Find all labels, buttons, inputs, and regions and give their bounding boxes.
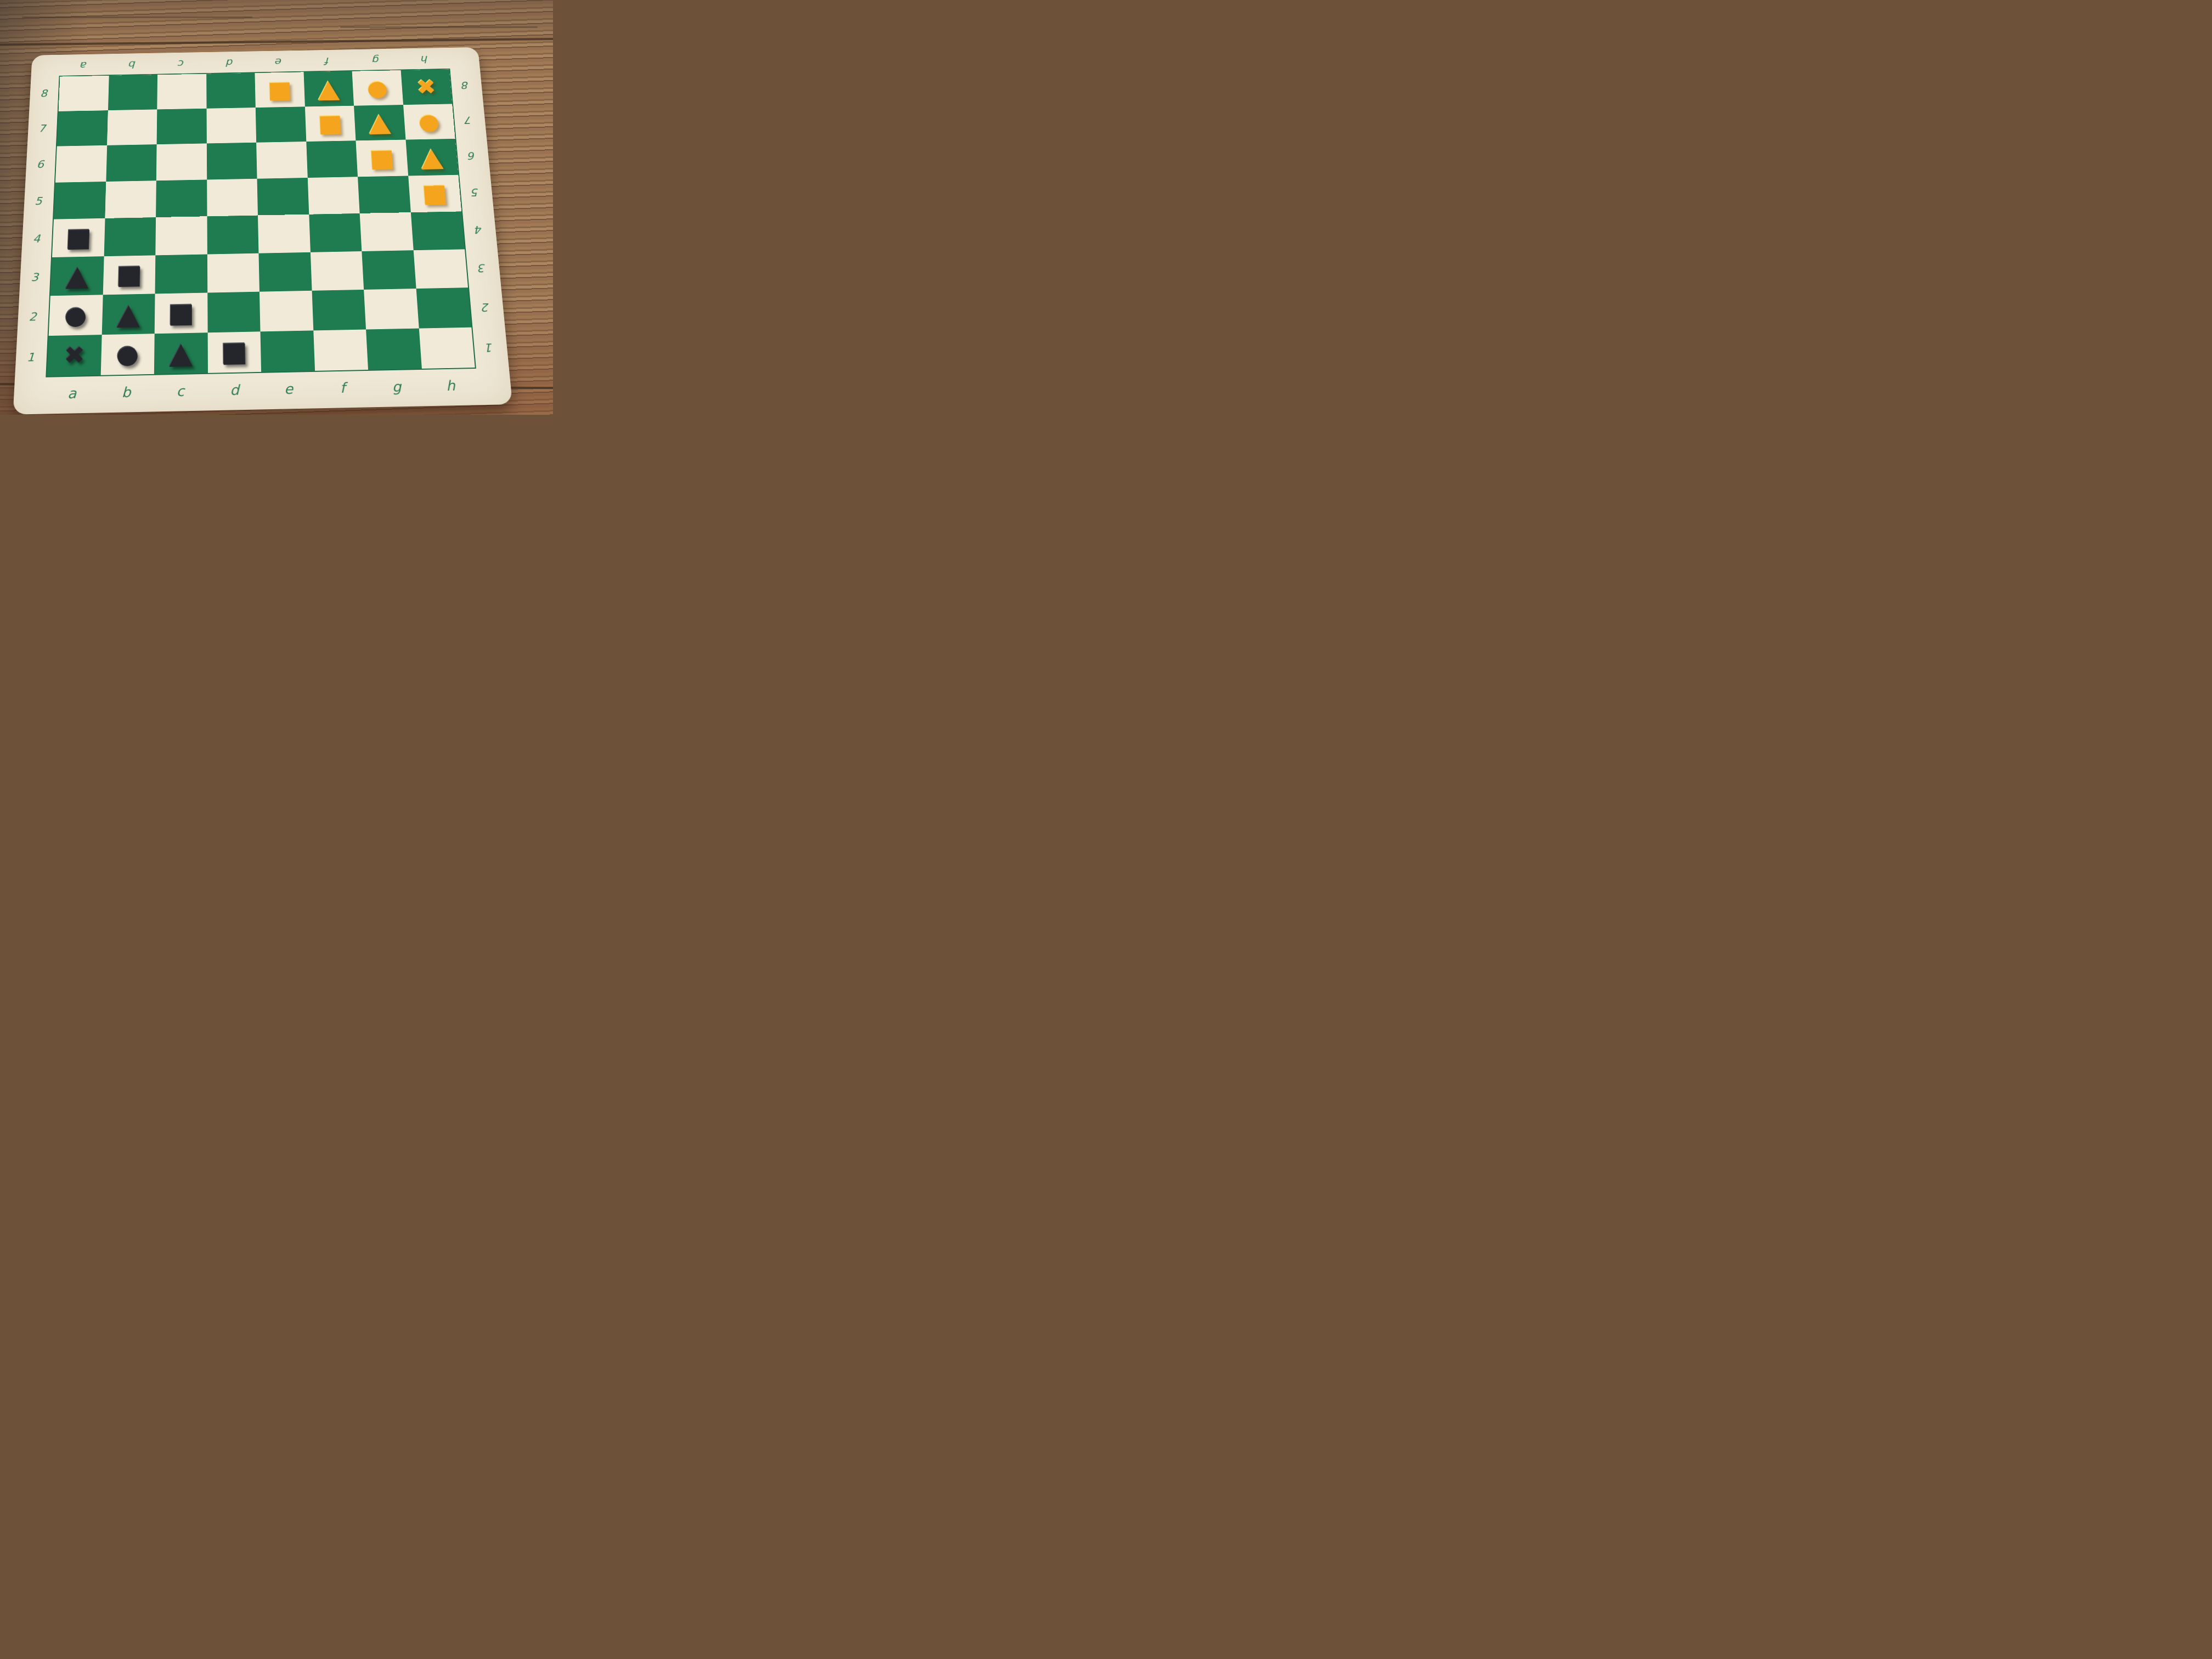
file-label-top-e: e (255, 53, 304, 71)
file-label-top-f: f (303, 52, 352, 70)
file-label-e: e (261, 373, 316, 405)
square-a1[interactable]: ✖ (47, 335, 101, 376)
file-label-c: c (153, 375, 207, 408)
square-b8[interactable] (108, 75, 158, 110)
square-b3[interactable]: ■ (103, 255, 155, 295)
square-c1[interactable]: ▲ (154, 332, 208, 374)
square-g6[interactable]: ■ (356, 140, 408, 177)
square-b7[interactable] (107, 109, 157, 145)
board-mat: abcdefgh 12345678 12345678 abcdefgh ■▲●✖… (13, 47, 513, 415)
square-g1[interactable] (366, 328, 421, 370)
square-d4[interactable] (207, 215, 258, 254)
wood-grain-streak (340, 26, 538, 28)
square-c5[interactable] (156, 179, 207, 217)
piece-black-cube[interactable]: ■ (207, 331, 261, 373)
rank-label-right-1: 1 (472, 327, 506, 368)
rank-label-right-4: 4 (462, 211, 495, 249)
square-a8[interactable] (59, 76, 109, 111)
file-label-f: f (315, 372, 370, 404)
square-f2[interactable] (312, 290, 366, 330)
square-d3[interactable] (207, 253, 259, 292)
file-label-top-g: g (352, 51, 402, 69)
square-h4[interactable] (410, 211, 465, 250)
file-label-g: g (369, 371, 425, 403)
square-f1[interactable] (313, 329, 368, 371)
rank-label-right-5: 5 (459, 174, 492, 211)
square-b2[interactable]: ▲ (101, 294, 155, 334)
square-h8[interactable]: ✖ (400, 70, 452, 105)
square-g5[interactable] (358, 176, 410, 213)
square-a2[interactable]: ● (49, 295, 103, 335)
square-g4[interactable] (360, 212, 414, 251)
square-a3[interactable]: ▲ (50, 256, 104, 296)
square-d1[interactable]: ■ (207, 331, 261, 373)
file-label-d: d (207, 374, 262, 407)
piece-black-triangle[interactable]: ▲ (50, 256, 104, 296)
file-label-top-a: a (59, 57, 109, 75)
square-e8[interactable]: ■ (255, 72, 304, 107)
square-a5[interactable] (54, 182, 106, 219)
rank-label-right-6: 6 (456, 138, 488, 174)
square-b6[interactable] (106, 144, 157, 181)
file-label-a: a (44, 377, 100, 410)
piece-black-cylinder[interactable]: ● (49, 295, 103, 335)
square-d7[interactable] (206, 108, 256, 144)
square-f4[interactable] (309, 213, 362, 252)
piece-black-x_prism[interactable]: ✖ (47, 335, 101, 376)
square-c3[interactable] (155, 254, 207, 294)
square-e3[interactable] (258, 252, 312, 291)
file-label-top-h: h (400, 50, 450, 69)
piece-yellow-triangle[interactable]: ▲ (354, 105, 405, 141)
piece-black-triangle[interactable]: ▲ (154, 332, 208, 374)
square-e5[interactable] (257, 178, 309, 216)
square-h3[interactable] (413, 249, 468, 289)
plank-seam (0, 37, 553, 46)
piece-yellow-triangle[interactable]: ▲ (303, 71, 354, 106)
wood-grain-streak (22, 16, 252, 18)
piece-yellow-cylinder[interactable]: ● (403, 104, 455, 140)
play-area: ■▲●✖■▲●■▲■■▲■●▲■✖●▲■ (46, 69, 476, 377)
piece-yellow-cube[interactable]: ■ (356, 140, 408, 177)
piece-black-cylinder[interactable]: ● (100, 334, 155, 375)
piece-yellow-x_prism[interactable]: ✖ (400, 70, 452, 105)
square-e7[interactable] (256, 106, 306, 143)
square-d6[interactable] (206, 143, 257, 179)
square-e1[interactable] (261, 330, 315, 372)
square-e4[interactable] (258, 215, 310, 253)
rank-label-right-3: 3 (466, 249, 499, 288)
square-g3[interactable] (362, 250, 416, 290)
square-h7[interactable]: ● (403, 104, 455, 140)
file-label-top-c: c (157, 55, 206, 73)
square-h2[interactable] (416, 287, 471, 328)
square-f8[interactable]: ▲ (303, 71, 354, 106)
file-label-b: b (99, 376, 154, 409)
rank-label-1: 1 (15, 336, 47, 378)
rank-label-right-7: 7 (453, 103, 485, 138)
rank-label-5: 5 (24, 182, 54, 220)
rank-label-4: 4 (21, 219, 52, 258)
square-d5[interactable] (207, 178, 258, 216)
rank-label-8: 8 (29, 76, 58, 111)
square-c4[interactable] (155, 216, 207, 255)
square-g8[interactable]: ● (352, 70, 403, 105)
photo-canvas: abcdefgh 12345678 12345678 abcdefgh ■▲●✖… (0, 0, 553, 415)
rank-label-right-8: 8 (450, 68, 481, 103)
square-f6[interactable] (306, 140, 358, 177)
rank-label-6: 6 (25, 146, 55, 183)
square-f5[interactable] (307, 177, 359, 215)
square-h1[interactable] (419, 327, 475, 369)
piece-yellow-cube[interactable]: ■ (255, 72, 304, 107)
square-e6[interactable] (256, 142, 307, 178)
rank-label-7: 7 (27, 110, 57, 146)
square-d8[interactable] (206, 73, 256, 108)
piece-black-cube[interactable]: ■ (155, 293, 207, 334)
rank-label-3: 3 (19, 257, 50, 297)
square-b4[interactable] (104, 217, 156, 256)
piece-yellow-cube[interactable]: ■ (408, 174, 461, 212)
square-c8[interactable] (157, 74, 206, 109)
square-g7[interactable]: ▲ (354, 105, 405, 141)
piece-black-cube[interactable]: ■ (52, 218, 105, 257)
rank-label-2: 2 (17, 296, 48, 337)
piece-yellow-triangle[interactable]: ▲ (405, 139, 458, 176)
square-a7[interactable] (57, 110, 108, 146)
square-c7[interactable] (157, 108, 207, 144)
square-f3[interactable] (310, 251, 364, 291)
square-g2[interactable] (364, 289, 419, 329)
square-c2[interactable]: ■ (155, 293, 207, 334)
square-h5[interactable]: ■ (408, 174, 461, 212)
file-label-top-d: d (206, 54, 255, 72)
square-a6[interactable] (55, 145, 107, 182)
piece-yellow-cylinder[interactable]: ● (352, 70, 403, 105)
square-f7[interactable]: ■ (304, 105, 356, 142)
file-label-top-b: b (108, 55, 157, 74)
square-a4[interactable]: ■ (52, 218, 105, 257)
piece-black-cube[interactable]: ■ (103, 255, 155, 295)
rank-label-right-2: 2 (469, 287, 503, 328)
square-d2[interactable] (207, 292, 261, 332)
file-label-h: h (422, 370, 479, 402)
square-b1[interactable]: ● (100, 334, 155, 375)
piece-yellow-cube[interactable]: ■ (304, 105, 356, 142)
square-h6[interactable]: ▲ (405, 139, 458, 176)
square-e2[interactable] (259, 291, 313, 331)
piece-black-triangle[interactable]: ▲ (101, 294, 155, 334)
square-c6[interactable] (156, 143, 207, 180)
square-b5[interactable] (105, 180, 156, 218)
